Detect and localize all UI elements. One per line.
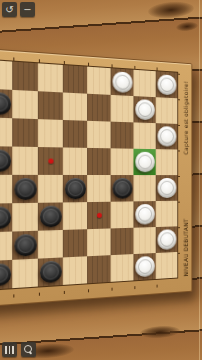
checkers-board: Capture est obligatoire! NIVEAU DEBUTANT [0, 48, 192, 308]
square-r1c6[interactable] [111, 68, 134, 96]
square-r5c5[interactable] [87, 175, 111, 202]
magnifier-icon [24, 345, 33, 354]
square-r6c5[interactable] [87, 202, 111, 229]
square-r8c4[interactable] [63, 256, 87, 285]
square-r3c6[interactable] [111, 122, 134, 149]
black-piece[interactable] [0, 92, 11, 115]
black-piece[interactable] [0, 149, 11, 171]
square-r8c8[interactable] [156, 252, 178, 279]
square-r6c4[interactable] [63, 202, 87, 230]
square-r4c2[interactable] [12, 147, 38, 175]
square-r8c1[interactable] [0, 260, 12, 290]
square-r2c4[interactable] [63, 92, 87, 120]
square-r2c1[interactable] [0, 89, 12, 119]
square-r5c7[interactable] [133, 175, 155, 201]
square-r7c7[interactable] [133, 227, 155, 254]
white-piece[interactable] [157, 178, 176, 198]
capture-hint-dot[interactable] [96, 213, 101, 218]
square-r4c8[interactable] [156, 149, 178, 175]
screen-edge-highlight [199, 0, 200, 360]
square-r6c8[interactable] [156, 201, 178, 227]
square-r7c2[interactable] [12, 231, 38, 260]
square-r2c3[interactable] [38, 91, 63, 120]
black-piece[interactable] [64, 178, 85, 199]
square-r8c7[interactable] [133, 253, 155, 280]
capture-mandatory-label: Capture est obligatoire! [183, 81, 189, 155]
square-r6c3[interactable] [38, 202, 63, 230]
square-r1c8[interactable] [156, 71, 178, 98]
square-r3c5[interactable] [87, 121, 111, 149]
square-r1c5[interactable] [87, 67, 111, 95]
square-r5c2[interactable] [12, 175, 38, 203]
square-r5c3[interactable] [38, 175, 63, 203]
square-r6c2[interactable] [12, 203, 38, 232]
level-label: NIVEAU DEBUTANT [183, 218, 189, 276]
black-piece[interactable] [14, 234, 36, 257]
square-r4c5[interactable] [87, 148, 111, 175]
square-r6c1[interactable] [0, 203, 12, 232]
square-r8c2[interactable] [12, 259, 38, 289]
black-piece[interactable] [14, 178, 36, 200]
black-piece[interactable] [0, 206, 11, 229]
black-piece[interactable] [39, 206, 61, 228]
square-r4c4[interactable] [63, 147, 87, 175]
square-r5c6[interactable] [111, 175, 134, 202]
black-piece[interactable] [39, 261, 61, 284]
square-r4c6[interactable] [111, 148, 134, 175]
zoom-button[interactable] [21, 342, 36, 357]
square-r4c7[interactable] [133, 149, 155, 175]
undo-button[interactable]: ↺ [2, 2, 17, 17]
minus-icon: − [23, 5, 31, 15]
square-r6c7[interactable] [133, 201, 155, 228]
square-r5c4[interactable] [63, 175, 87, 202]
square-r5c1[interactable] [0, 175, 12, 204]
square-r6c6[interactable] [111, 201, 134, 228]
white-piece[interactable] [157, 74, 176, 95]
square-r7c1[interactable] [0, 232, 12, 262]
black-piece[interactable] [112, 178, 132, 199]
square-r3c7[interactable] [133, 122, 155, 149]
white-piece[interactable] [135, 256, 154, 277]
board-grid [0, 60, 177, 290]
square-r5c8[interactable] [156, 175, 178, 201]
white-piece[interactable] [157, 229, 176, 250]
square-r4c1[interactable] [0, 146, 12, 175]
square-r3c2[interactable] [12, 118, 38, 147]
square-r1c3[interactable] [38, 63, 63, 92]
minimize-button[interactable]: − [20, 2, 35, 17]
square-r8c3[interactable] [38, 257, 63, 286]
square-r7c6[interactable] [111, 228, 134, 255]
square-r3c8[interactable] [156, 123, 178, 149]
square-r3c3[interactable] [38, 119, 63, 147]
undo-icon: ↺ [5, 5, 13, 15]
square-r7c3[interactable] [38, 230, 63, 259]
square-r8c5[interactable] [87, 255, 111, 283]
white-piece[interactable] [135, 204, 154, 225]
capture-hint-dot[interactable] [48, 158, 53, 163]
square-r1c1[interactable] [0, 60, 12, 90]
moves-list-button[interactable] [2, 342, 17, 357]
white-piece[interactable] [112, 71, 132, 93]
square-r2c5[interactable] [87, 94, 111, 122]
white-piece[interactable] [135, 152, 154, 173]
square-r8c6[interactable] [111, 254, 134, 282]
square-r2c8[interactable] [156, 97, 178, 124]
square-r1c2[interactable] [12, 62, 38, 92]
square-r3c4[interactable] [63, 120, 87, 148]
square-r7c4[interactable] [63, 229, 87, 257]
white-piece[interactable] [135, 99, 154, 120]
square-r3c1[interactable] [0, 117, 12, 146]
square-r2c6[interactable] [111, 95, 134, 122]
square-r1c7[interactable] [133, 70, 155, 97]
white-piece[interactable] [157, 126, 176, 147]
square-r4c3[interactable] [38, 147, 63, 175]
square-r2c2[interactable] [12, 90, 38, 119]
square-r7c8[interactable] [156, 226, 178, 253]
pause-bars-icon [5, 346, 13, 354]
square-r7c5[interactable] [87, 228, 111, 256]
black-piece[interactable] [0, 263, 11, 287]
coordinate-ticks-right [177, 74, 180, 279]
square-r2c7[interactable] [133, 96, 155, 123]
square-r1c4[interactable] [63, 65, 87, 94]
